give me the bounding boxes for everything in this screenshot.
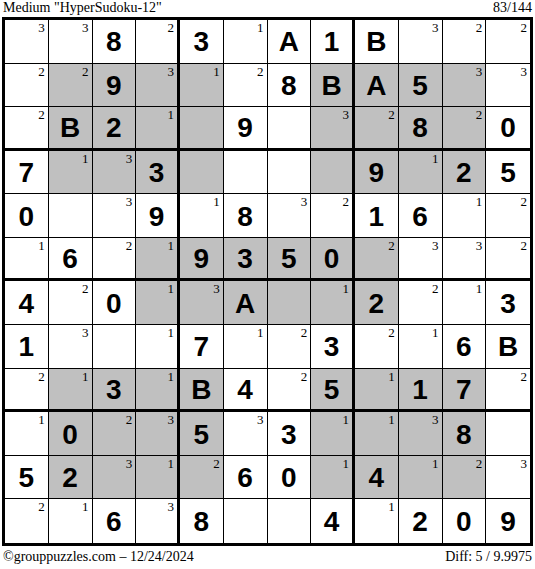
cell-r8c3[interactable] [93,325,137,369]
pencil-mark: 3 [168,412,175,427]
cell-r8c2[interactable]: 3 [49,325,93,369]
pencil-mark: 1 [388,369,395,384]
cell-r5c7[interactable]: 3 [268,194,312,238]
cell-value: 9 [224,107,267,148]
cell-r12c9[interactable]: 1 [355,499,399,543]
cell-r6c9[interactable]: 2 [355,238,399,282]
pencil-mark: 3 [126,151,133,166]
cell-r12c1[interactable]: 2 [5,499,49,543]
cell-r5c5[interactable]: 1 [180,194,224,238]
cell-r11c10[interactable]: 1 [399,456,443,500]
cell-r10c11[interactable]: 8 [443,412,487,456]
cell-r7c5[interactable]: 3 [180,281,224,325]
cell-r7c2[interactable]: 2 [49,281,93,325]
cell-r8c8[interactable]: 3 [311,325,355,369]
pencil-mark: 3 [126,194,133,209]
cell-r1c4[interactable]: 2 [136,20,180,64]
cell-r11c1[interactable]: 5 [5,456,49,500]
cell-r2c3[interactable]: 9 [93,64,137,108]
cell-r10c5[interactable]: 5 [180,412,224,456]
pencil-mark: 2 [82,281,89,296]
cell-r5c1[interactable]: 0 [5,194,49,238]
cell-value: B [486,325,530,368]
cell-r2c5[interactable]: 1 [180,64,224,108]
cell-r4c1[interactable]: 7 [5,151,49,195]
cell-value: A [355,64,398,107]
pencil-mark: 1 [257,325,264,340]
cell-value: 3 [311,325,352,368]
pencil-mark: 1 [168,456,175,471]
cell-r8c1[interactable]: 1 [5,325,49,369]
pencil-mark: 2 [38,499,45,514]
cell-r8c9[interactable]: 2 [355,325,399,369]
pencil-mark: 3 [521,456,528,471]
pencil-mark: 1 [213,194,220,209]
cell-r2c1[interactable]: 2 [5,64,49,108]
cell-r9c11[interactable]: 7 [443,369,487,413]
cell-r6c1[interactable]: 1 [5,238,49,282]
cell-value: B [49,107,92,148]
cell-r3c1[interactable]: 2 [5,107,49,151]
cell-value: 3 [136,151,177,194]
cell-r7c12[interactable]: 3 [486,281,530,325]
cell-r3c4[interactable]: 1 [136,107,180,151]
cell-r10c12[interactable] [486,412,530,456]
pencil-mark: 1 [82,499,89,514]
cell-r4c8[interactable] [311,151,355,195]
cell-r9c2[interactable]: 1 [49,369,93,413]
cell-r6c6[interactable]: 3 [224,238,268,282]
pencil-mark: 3 [82,325,89,340]
cell-r2c4[interactable]: 3 [136,64,180,108]
cell-r4c12[interactable]: 5 [486,151,530,195]
cell-r4c11[interactable]: 2 [443,151,487,195]
pencil-mark: 2 [521,20,528,35]
cell-r2c6[interactable]: 2 [224,64,268,108]
cell-r11c7[interactable]: 0 [268,456,312,500]
cell-value: 6 [443,325,486,368]
cell-value: 9 [486,499,530,543]
cell-r6c3[interactable]: 2 [93,238,137,282]
cell-r1c8[interactable]: 1 [311,20,355,64]
cell-r6c8[interactable]: 0 [311,238,355,282]
cell-r3c3[interactable]: 2 [93,107,137,151]
cell-value: 6 [49,238,92,279]
pencil-mark: 3 [257,412,264,427]
cell-r6c11[interactable]: 3 [443,238,487,282]
cell-r7c6[interactable]: A [224,281,268,325]
cell-r8c10[interactable]: 1 [399,325,443,369]
cell-r5c8[interactable]: 2 [311,194,355,238]
pencil-mark: 1 [343,456,350,471]
cell-value: 8 [180,499,223,543]
cell-r5c9[interactable]: 1 [355,194,399,238]
cell-value: B [311,64,352,107]
pencil-mark: 2 [476,456,483,471]
pencil-mark: 2 [521,369,528,384]
cell-r1c12[interactable]: 2 [486,20,530,64]
cell-r10c2[interactable]: 0 [49,412,93,456]
cell-r10c6[interactable]: 3 [224,412,268,456]
cell-r12c2[interactable]: 1 [49,499,93,543]
cell-r4c10[interactable]: 1 [399,151,443,195]
pencil-mark: 2 [301,325,308,340]
cell-r9c4[interactable]: 1 [136,369,180,413]
pencil-mark: 3 [343,107,350,122]
cell-r3c2[interactable]: B [49,107,93,151]
cell-value: 3 [486,281,530,324]
cell-r5c3[interactable]: 3 [93,194,137,238]
pencil-mark: 1 [168,281,175,296]
cell-r2c2[interactable]: 2 [49,64,93,108]
cell-value: 0 [311,238,352,279]
cell-r1c5[interactable]: 3 [180,20,224,64]
cell-value: 0 [268,456,311,499]
cell-r3c10[interactable]: 8 [399,107,443,151]
cell-value: 0 [443,499,486,543]
pencil-mark: 2 [301,369,308,384]
pencil-mark: 1 [82,151,89,166]
pencil-mark: 1 [38,412,45,427]
cell-r12c4[interactable]: 3 [136,499,180,543]
pencil-mark: 1 [343,281,350,296]
cell-r4c2[interactable]: 1 [49,151,93,195]
pencil-mark: 3 [476,64,483,79]
cell-r9c5[interactable]: B [180,369,224,413]
cell-r2c8[interactable]: B [311,64,355,108]
cell-r3c11[interactable]: 2 [443,107,487,151]
pencil-mark: 2 [126,238,133,253]
cell-r11c2[interactable]: 2 [49,456,93,500]
cell-value: 5 [180,412,223,455]
pencil-mark: 2 [82,64,89,79]
cell-r9c1[interactable]: 2 [5,369,49,413]
cell-r2c10[interactable]: 5 [399,64,443,108]
pencil-mark: 1 [432,151,439,166]
cell-value: 4 [311,499,352,543]
cell-value: 2 [443,151,486,194]
pencil-mark: 1 [168,325,175,340]
pencil-mark: 1 [343,412,350,427]
cell-r10c4[interactable]: 3 [136,412,180,456]
cell-r12c5[interactable]: 8 [180,499,224,543]
cell-value: 5 [486,151,530,194]
puzzle-page: { "game": "HyperSudoku-12 (12x12 sudoku … [0,0,535,569]
cell-value: B [180,369,223,410]
cell-value: 3 [224,238,267,279]
pencil-mark: 2 [126,412,133,427]
cell-value: B [355,20,398,63]
cell-value: 5 [5,456,48,499]
cell-r10c10[interactable]: 3 [399,412,443,456]
cell-value: 2 [355,281,398,324]
cell-r3c6[interactable]: 9 [224,107,268,151]
cell-r3c7[interactable] [268,107,312,151]
cell-r3c9[interactable]: 2 [355,107,399,151]
cell-value: 1 [5,325,48,368]
cell-r7c1[interactable]: 4 [5,281,49,325]
cell-r4c7[interactable] [268,151,312,195]
cell-r11c3[interactable]: 3 [93,456,137,500]
cell-r11c8[interactable]: 1 [311,456,355,500]
cell-value: 0 [486,107,530,148]
cell-r6c2[interactable]: 6 [49,238,93,282]
cell-value: 1 [311,20,352,63]
cell-r11c4[interactable]: 1 [136,456,180,500]
cell-value: A [224,281,267,324]
cell-value: 9 [180,238,223,279]
cell-r9c10[interactable]: 1 [399,369,443,413]
cell-r9c7[interactable]: 2 [268,369,312,413]
pencil-mark: 3 [168,499,175,514]
cell-r3c8[interactable]: 3 [311,107,355,151]
pencil-mark: 3 [476,238,483,253]
cell-r11c9[interactable]: 4 [355,456,399,500]
cell-r1c7[interactable]: A [268,20,312,64]
cell-r4c5[interactable] [180,151,224,195]
difficulty-rating: Diff: 5 / 9.9975 [445,548,532,566]
pencil-mark: 2 [476,20,483,35]
cell-r12c12[interactable]: 9 [486,499,530,543]
cell-r8c4[interactable]: 1 [136,325,180,369]
cell-r8c7[interactable]: 2 [268,325,312,369]
cell-value: 2 [399,499,442,543]
cell-r1c6[interactable]: 1 [224,20,268,64]
cell-value: 8 [224,194,267,237]
cell-value: 0 [93,281,136,324]
cell-r1c11[interactable]: 2 [443,20,487,64]
cell-r1c1[interactable]: 3 [5,20,49,64]
pencil-mark: 2 [388,238,395,253]
cell-r2c9[interactable]: A [355,64,399,108]
cell-r10c1[interactable]: 1 [5,412,49,456]
pencil-mark: 3 [38,20,45,35]
cell-r3c5[interactable] [180,107,224,151]
cell-value: 8 [93,20,136,63]
cell-r7c10[interactable]: 2 [399,281,443,325]
copyright-date: ©grouppuzzles.com – 12/24/2024 [3,548,194,566]
cell-value: 8 [443,412,486,455]
cell-r9c6[interactable]: 4 [224,369,268,413]
cell-r11c11[interactable]: 2 [443,456,487,500]
puzzle-footer: ©grouppuzzles.com – 12/24/2024 Diff: 5 /… [3,548,532,568]
pencil-mark: 1 [432,325,439,340]
cell-r5c4[interactable]: 9 [136,194,180,238]
cell-r10c8[interactable]: 1 [311,412,355,456]
cell-r4c4[interactable]: 3 [136,151,180,195]
pencil-mark: 2 [168,20,175,35]
pencil-mark: 3 [432,238,439,253]
cell-value: 7 [5,151,48,194]
cell-value: 5 [268,238,311,279]
cell-value: 1 [355,194,398,237]
pencil-mark: 2 [476,107,483,122]
pencil-mark: 3 [126,456,133,471]
cell-r9c3[interactable]: 3 [93,369,137,413]
cell-r1c2[interactable]: 3 [49,20,93,64]
pencil-mark: 1 [168,238,175,253]
pencil-mark: 3 [301,194,308,209]
cell-value: 3 [268,412,311,455]
cell-r3c12[interactable]: 0 [486,107,530,151]
cell-r10c7[interactable]: 3 [268,412,312,456]
cell-value: A [268,20,311,63]
cell-r7c7[interactable] [268,281,312,325]
cell-r5c11[interactable]: 1 [443,194,487,238]
cell-value: 4 [355,456,398,499]
pencil-mark: 2 [257,64,264,79]
pencil-mark: 3 [521,64,528,79]
cell-r8c12[interactable]: B [486,325,530,369]
cell-value: 5 [399,64,442,107]
cell-r1c3[interactable]: 8 [93,20,137,64]
puzzle-title: Medium "HyperSudoku-12" [3,0,162,16]
cell-r7c4[interactable]: 1 [136,281,180,325]
pencil-mark: 1 [432,456,439,471]
cell-r1c10[interactable]: 3 [399,20,443,64]
pencil-mark: 2 [432,281,439,296]
cell-r5c6[interactable]: 8 [224,194,268,238]
pencil-mark: 2 [213,456,220,471]
pencil-mark: 3 [168,64,175,79]
cell-r12c10[interactable]: 2 [399,499,443,543]
pencil-mark: 1 [168,369,175,384]
cell-r6c10[interactable]: 3 [399,238,443,282]
cell-value: 7 [443,369,486,410]
cell-value: 5 [311,369,352,410]
pencil-mark: 2 [38,64,45,79]
cell-r2c7[interactable]: 8 [268,64,312,108]
cell-r4c9[interactable]: 9 [355,151,399,195]
cell-r11c5[interactable]: 2 [180,456,224,500]
cell-r12c11[interactable]: 0 [443,499,487,543]
cell-r2c12[interactable]: 3 [486,64,530,108]
pencil-mark: 1 [38,238,45,253]
cell-r6c4[interactable]: 1 [136,238,180,282]
cell-value: 6 [224,456,267,499]
cell-value: 4 [224,369,267,410]
cell-r12c8[interactable]: 4 [311,499,355,543]
cell-r8c11[interactable]: 6 [443,325,487,369]
pencil-mark: 1 [476,281,483,296]
cell-r7c3[interactable]: 0 [93,281,137,325]
pencil-mark: 3 [432,20,439,35]
cell-r6c5[interactable]: 9 [180,238,224,282]
cell-value: 9 [93,64,136,107]
cell-value: 4 [5,281,48,324]
cell-r6c7[interactable]: 5 [268,238,312,282]
cell-r10c9[interactable]: 1 [355,412,399,456]
cell-r8c6[interactable]: 1 [224,325,268,369]
cell-r12c3[interactable]: 6 [93,499,137,543]
pencil-mark: 3 [432,412,439,427]
cell-value: 3 [93,369,136,410]
pencil-mark: 2 [521,238,528,253]
cell-value: 8 [399,107,442,148]
cell-value: 2 [93,107,136,148]
cell-value: 2 [49,456,92,499]
progress-counter: 83/144 [493,0,532,16]
cell-r7c11[interactable]: 1 [443,281,487,325]
cell-r12c6[interactable] [224,499,268,543]
puzzle-header: Medium "HyperSudoku-12" 83/144 [3,0,532,16]
cell-value: 0 [5,194,48,237]
cell-r7c9[interactable]: 2 [355,281,399,325]
cell-r11c6[interactable]: 6 [224,456,268,500]
cell-r9c9[interactable]: 1 [355,369,399,413]
cell-value: 7 [180,325,223,368]
pencil-mark: 2 [38,369,45,384]
cell-value: 9 [355,151,398,194]
cell-value: 8 [268,64,311,107]
cell-r12c7[interactable] [268,499,312,543]
pencil-mark: 1 [82,369,89,384]
pencil-mark: 2 [521,194,528,209]
pencil-mark: 1 [388,499,395,514]
cell-value: 3 [180,20,223,63]
pencil-mark: 2 [388,325,395,340]
cell-r5c2[interactable] [49,194,93,238]
pencil-mark: 2 [388,107,395,122]
cell-r9c8[interactable]: 5 [311,369,355,413]
pencil-mark: 3 [82,20,89,35]
cell-value: 1 [399,369,442,410]
cell-r9c12[interactable]: 2 [486,369,530,413]
pencil-mark: 3 [213,281,220,296]
cell-r5c12[interactable]: 2 [486,194,530,238]
cell-value: 6 [93,499,136,543]
pencil-mark: 2 [38,107,45,122]
cell-r5c10[interactable]: 6 [399,194,443,238]
pencil-mark: 1 [168,107,175,122]
cell-r6c12[interactable]: 2 [486,238,530,282]
pencil-mark: 1 [213,64,220,79]
cell-r11c12[interactable]: 3 [486,456,530,500]
pencil-mark: 1 [388,412,395,427]
cell-r10c3[interactable]: 2 [93,412,137,456]
sudoku-grid: 338231A1B3222293128BA5332B21932820713391… [2,17,533,546]
cell-r7c8[interactable]: 1 [311,281,355,325]
cell-r1c9[interactable]: B [355,20,399,64]
pencil-mark: 1 [257,20,264,35]
cell-value: 6 [399,194,442,237]
pencil-mark: 1 [476,194,483,209]
cell-r4c3[interactable]: 3 [93,151,137,195]
pencil-mark: 2 [343,194,350,209]
cell-r2c11[interactable]: 3 [443,64,487,108]
cell-value: 0 [49,412,92,455]
cell-r4c6[interactable] [224,151,268,195]
cell-value: 9 [136,194,177,237]
cell-r8c5[interactable]: 7 [180,325,224,369]
